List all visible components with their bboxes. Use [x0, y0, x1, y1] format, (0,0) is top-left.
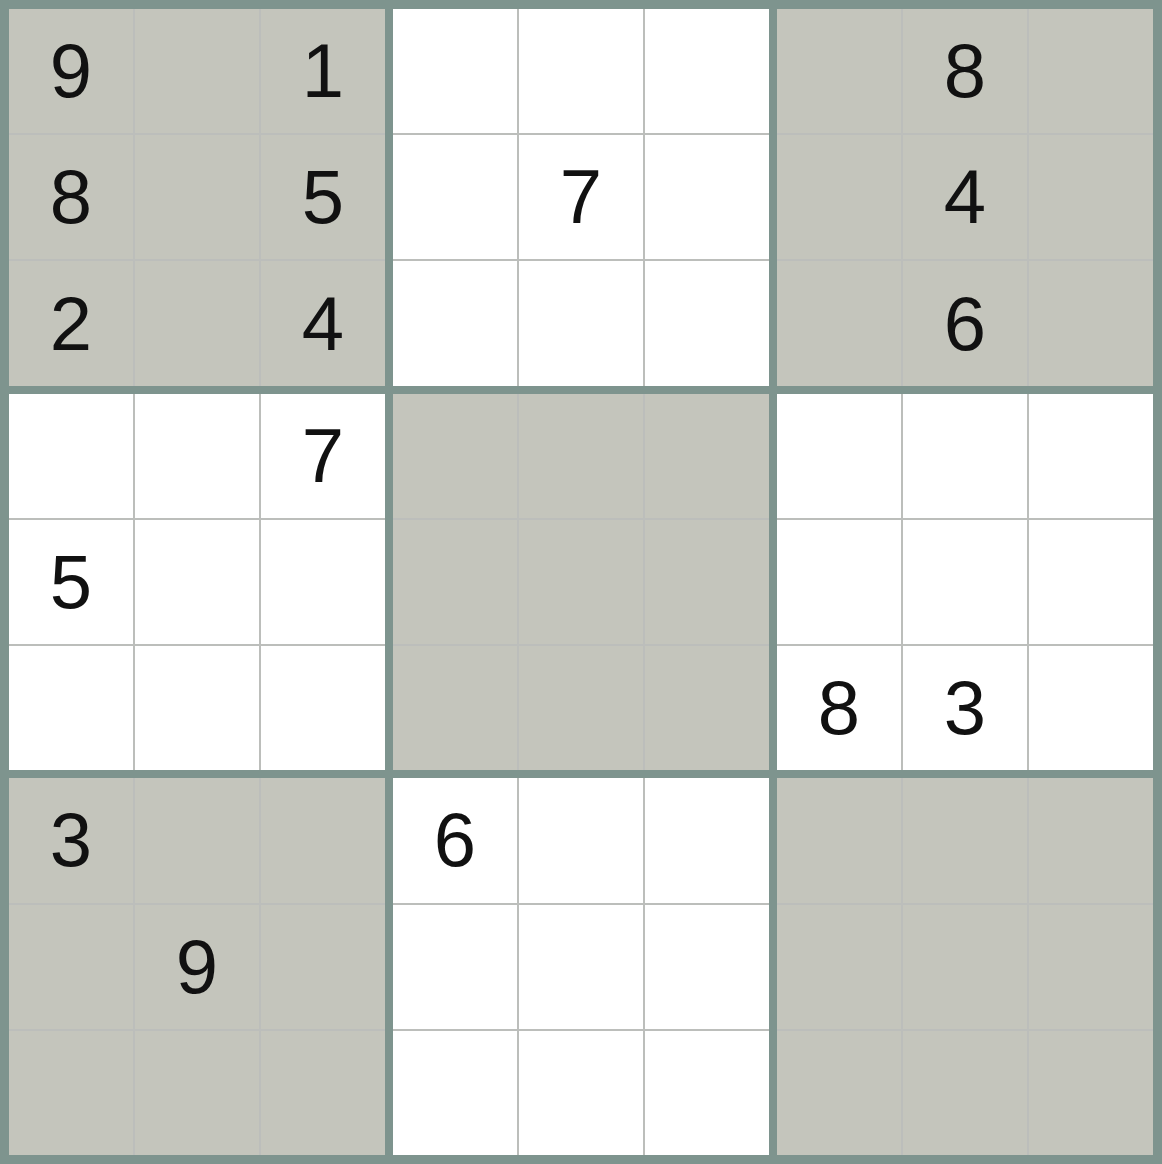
cell-r3c4[interactable]: [393, 261, 517, 385]
cell-r2c1[interactable]: 8: [9, 135, 133, 259]
cell-r9c5[interactable]: [519, 1031, 643, 1155]
box-1-1: 918524: [9, 9, 385, 386]
cell-r6c4[interactable]: [393, 646, 517, 770]
box-1-2: 7: [393, 9, 769, 386]
cell-r4c5[interactable]: [519, 394, 643, 518]
cell-r8c8[interactable]: [903, 905, 1027, 1029]
cell-r6c7[interactable]: 8: [777, 646, 901, 770]
box-3-2: 6: [393, 778, 769, 1155]
cell-r2c5[interactable]: 7: [519, 135, 643, 259]
cell-r8c5[interactable]: [519, 905, 643, 1029]
cell-r5c8[interactable]: [903, 520, 1027, 644]
cell-r5c5[interactable]: [519, 520, 643, 644]
cell-r1c6[interactable]: [645, 9, 769, 133]
cell-r8c9[interactable]: [1029, 905, 1153, 1029]
cell-r3c7[interactable]: [777, 261, 901, 385]
cell-r1c8[interactable]: 8: [903, 9, 1027, 133]
sudoku-board: 91852478467583396: [0, 0, 1162, 1164]
cell-r2c4[interactable]: [393, 135, 517, 259]
cell-r8c1[interactable]: [9, 905, 133, 1029]
cell-r4c9[interactable]: [1029, 394, 1153, 518]
cell-r6c2[interactable]: [135, 646, 259, 770]
cell-r1c9[interactable]: [1029, 9, 1153, 133]
cell-r1c4[interactable]: [393, 9, 517, 133]
box-2-3: 83: [777, 394, 1153, 771]
cell-r5c6[interactable]: [645, 520, 769, 644]
cell-r5c3[interactable]: [261, 520, 385, 644]
cell-r3c3[interactable]: 4: [261, 261, 385, 385]
cell-r2c8[interactable]: 4: [903, 135, 1027, 259]
cell-r5c4[interactable]: [393, 520, 517, 644]
cell-r4c1[interactable]: [9, 394, 133, 518]
cell-r4c3[interactable]: 7: [261, 394, 385, 518]
cell-r7c4[interactable]: 6: [393, 778, 517, 902]
box-2-2: [393, 394, 769, 771]
cell-r7c5[interactable]: [519, 778, 643, 902]
cell-r7c9[interactable]: [1029, 778, 1153, 902]
cell-r5c1[interactable]: 5: [9, 520, 133, 644]
cell-r1c1[interactable]: 9: [9, 9, 133, 133]
cell-r3c2[interactable]: [135, 261, 259, 385]
box-3-1: 39: [9, 778, 385, 1155]
cell-r3c1[interactable]: 2: [9, 261, 133, 385]
cell-r3c9[interactable]: [1029, 261, 1153, 385]
cell-r6c5[interactable]: [519, 646, 643, 770]
cell-r6c6[interactable]: [645, 646, 769, 770]
cell-r7c8[interactable]: [903, 778, 1027, 902]
cell-r8c3[interactable]: [261, 905, 385, 1029]
cell-r2c2[interactable]: [135, 135, 259, 259]
cell-r8c4[interactable]: [393, 905, 517, 1029]
cell-r5c9[interactable]: [1029, 520, 1153, 644]
cell-r9c6[interactable]: [645, 1031, 769, 1155]
cell-r9c4[interactable]: [393, 1031, 517, 1155]
box-1-3: 846: [777, 9, 1153, 386]
cell-r9c8[interactable]: [903, 1031, 1027, 1155]
cell-r4c7[interactable]: [777, 394, 901, 518]
cell-r7c2[interactable]: [135, 778, 259, 902]
cell-r7c6[interactable]: [645, 778, 769, 902]
cell-r5c7[interactable]: [777, 520, 901, 644]
cell-r4c4[interactable]: [393, 394, 517, 518]
cell-r9c1[interactable]: [9, 1031, 133, 1155]
cell-r1c7[interactable]: [777, 9, 901, 133]
box-3-3: [777, 778, 1153, 1155]
cell-r7c3[interactable]: [261, 778, 385, 902]
cell-r1c2[interactable]: [135, 9, 259, 133]
cell-r3c5[interactable]: [519, 261, 643, 385]
cell-r9c2[interactable]: [135, 1031, 259, 1155]
cell-r8c2[interactable]: 9: [135, 905, 259, 1029]
cell-r2c6[interactable]: [645, 135, 769, 259]
cell-r2c7[interactable]: [777, 135, 901, 259]
cell-r4c6[interactable]: [645, 394, 769, 518]
cell-r3c6[interactable]: [645, 261, 769, 385]
cell-r8c6[interactable]: [645, 905, 769, 1029]
cell-r7c1[interactable]: 3: [9, 778, 133, 902]
cell-r9c7[interactable]: [777, 1031, 901, 1155]
cell-r5c2[interactable]: [135, 520, 259, 644]
cell-r3c8[interactable]: 6: [903, 261, 1027, 385]
cell-r6c3[interactable]: [261, 646, 385, 770]
cell-r6c9[interactable]: [1029, 646, 1153, 770]
cell-r7c7[interactable]: [777, 778, 901, 902]
cell-r6c8[interactable]: 3: [903, 646, 1027, 770]
cell-r1c3[interactable]: 1: [261, 9, 385, 133]
cell-r8c7[interactable]: [777, 905, 901, 1029]
cell-r2c3[interactable]: 5: [261, 135, 385, 259]
cell-r1c5[interactable]: [519, 9, 643, 133]
cell-r9c3[interactable]: [261, 1031, 385, 1155]
cell-r4c2[interactable]: [135, 394, 259, 518]
cell-r9c9[interactable]: [1029, 1031, 1153, 1155]
cell-r4c8[interactable]: [903, 394, 1027, 518]
cell-r6c1[interactable]: [9, 646, 133, 770]
cell-r2c9[interactable]: [1029, 135, 1153, 259]
box-2-1: 75: [9, 394, 385, 771]
